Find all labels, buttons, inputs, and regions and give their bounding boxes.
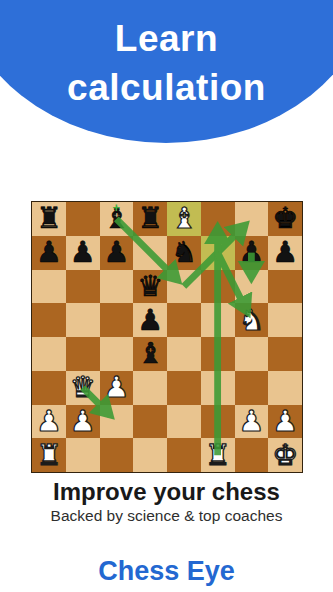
white-rook: ♜ [36, 441, 62, 470]
square-c2 [100, 405, 134, 439]
square-a6 [32, 270, 66, 304]
black-pawn: ♟ [272, 238, 298, 267]
square-b3: ♛ [66, 371, 100, 405]
square-d5: ♟ [133, 303, 167, 337]
square-h2: ♟ [268, 405, 302, 439]
square-h3 [268, 371, 302, 405]
caption-subtitle: Backed by science & top coaches [0, 507, 333, 525]
square-a4 [32, 337, 66, 371]
square-f5 [201, 303, 235, 337]
square-h8: ♚ [268, 202, 302, 236]
square-f3 [201, 371, 235, 405]
square-g6 [235, 270, 269, 304]
square-a3 [32, 371, 66, 405]
square-d3 [133, 371, 167, 405]
square-c7: ♟ [100, 236, 134, 270]
square-f4 [201, 337, 235, 371]
black-queen: ♛ [137, 272, 163, 301]
white-pawn: ♟ [272, 407, 298, 436]
black-bishop: ♝ [137, 339, 163, 368]
white-king: ♚ [272, 441, 298, 470]
black-knight: ♞ [171, 238, 197, 267]
square-g5: ♞ [235, 303, 269, 337]
square-b4 [66, 337, 100, 371]
square-f8 [201, 202, 235, 236]
square-e4 [167, 337, 201, 371]
square-a2: ♟ [32, 405, 66, 439]
white-pawn: ♟ [36, 407, 62, 436]
square-d4: ♝ [133, 337, 167, 371]
square-marker: + [113, 201, 121, 214]
headline: Learn calculation [0, 14, 333, 112]
square-a8: ♜ [32, 202, 66, 236]
square-a7: ♟ [32, 236, 66, 270]
square-f2 [201, 405, 235, 439]
black-rook: ♜ [137, 204, 163, 233]
square-a5 [32, 303, 66, 337]
white-pawn: ♟ [70, 407, 96, 436]
black-pawn: ♟ [103, 238, 129, 267]
square-e3 [167, 371, 201, 405]
white-knight: ♞ [238, 306, 264, 335]
square-b1 [66, 438, 100, 472]
square-f1: ♜ [201, 438, 235, 472]
square-e2 [167, 405, 201, 439]
square-h6 [268, 270, 302, 304]
square-c1 [100, 438, 134, 472]
square-g7: ♟ [235, 236, 269, 270]
square-g3 [235, 371, 269, 405]
black-pawn: ♟ [36, 238, 62, 267]
headline-line1: Learn [0, 14, 333, 63]
square-c5 [100, 303, 134, 337]
square-d6: ♛ [133, 270, 167, 304]
square-g1 [235, 438, 269, 472]
square-h4 [268, 337, 302, 371]
white-queen: ♛ [70, 373, 96, 402]
square-c6 [100, 270, 134, 304]
black-pawn: ♟ [238, 238, 264, 267]
square-b7: ♟ [66, 236, 100, 270]
square-f7 [201, 236, 235, 270]
square-c3: ♟ [100, 371, 134, 405]
square-g2: ♟ [235, 405, 269, 439]
square-f6 [201, 270, 235, 304]
white-pawn: ♟ [103, 373, 129, 402]
square-h5 [268, 303, 302, 337]
square-d1 [133, 438, 167, 472]
white-pawn: ♟ [238, 407, 264, 436]
square-d7 [133, 236, 167, 270]
square-a1: ♜ [32, 438, 66, 472]
black-pawn: ♟ [70, 238, 96, 267]
square-b6 [66, 270, 100, 304]
square-c4 [100, 337, 134, 371]
square-h1: ♚ [268, 438, 302, 472]
chess-board: ♜♝+♜♝♚♟♟♟♞♟♟♛♟♞♝♛♟♟♟♟♟♜♜♚ [32, 202, 302, 472]
black-rook: ♜ [36, 204, 62, 233]
square-g4 [235, 337, 269, 371]
black-pawn: ♟ [137, 306, 163, 335]
square-d2 [133, 405, 167, 439]
white-bishop: ♝ [171, 204, 197, 233]
brand-wordmark: Chess Eye [0, 556, 333, 587]
square-e5 [167, 303, 201, 337]
square-e8: ♝ [167, 202, 201, 236]
square-e1 [167, 438, 201, 472]
square-e7: ♞ [167, 236, 201, 270]
square-b5 [66, 303, 100, 337]
square-h7: ♟ [268, 236, 302, 270]
headline-line2: calculation [0, 63, 333, 112]
square-g8 [235, 202, 269, 236]
caption-title: Improve your chess [0, 478, 333, 506]
square-b2: ♟ [66, 405, 100, 439]
square-b8 [66, 202, 100, 236]
white-rook: ♜ [205, 441, 231, 470]
square-e6 [167, 270, 201, 304]
square-c8: ♝+ [100, 202, 134, 236]
square-d8: ♜ [133, 202, 167, 236]
black-king: ♚ [272, 204, 298, 233]
